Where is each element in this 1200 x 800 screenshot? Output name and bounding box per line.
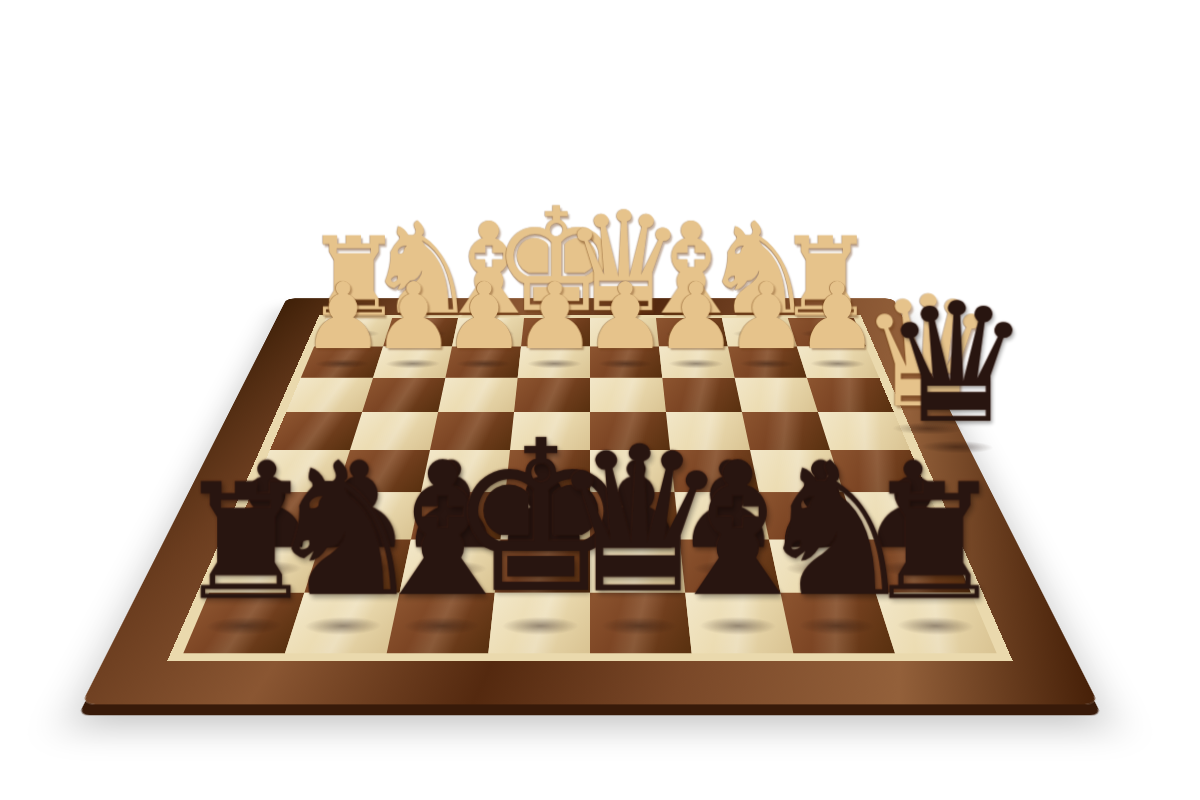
square-a8[interactable]: ♜: [876, 593, 997, 654]
black-rook[interactable]: ♜: [863, 462, 1006, 622]
square-g2[interactable]: ♟: [373, 347, 452, 378]
square-f2[interactable]: ♟: [445, 347, 521, 378]
square-b3[interactable]: [735, 378, 818, 412]
square-g3[interactable]: [362, 378, 445, 412]
perspective-wrapper: ♜♞♝♚♛♝♞♜♟♟♟♟♟♟♟♟♟♟♟♟♟♟♟♟♜♞♝♚♛♝♞♜ ♛♛: [0, 0, 1200, 800]
square-d2[interactable]: ♟: [590, 347, 662, 378]
square-c2[interactable]: ♟: [659, 347, 735, 378]
square-h2[interactable]: ♟: [301, 347, 383, 378]
square-e2[interactable]: ♟: [518, 347, 590, 378]
square-h3[interactable]: [286, 378, 373, 412]
chess-photo-scene: ♜♞♝♚♛♝♞♜♟♟♟♟♟♟♟♟♟♟♟♟♟♟♟♟♜♞♝♚♛♝♞♜ ♛♛: [0, 0, 1200, 800]
chessboard: ♜♞♝♚♛♝♞♜♟♟♟♟♟♟♟♟♟♟♟♟♟♟♟♟♜♞♝♚♛♝♞♜ ♛♛: [81, 298, 1099, 704]
